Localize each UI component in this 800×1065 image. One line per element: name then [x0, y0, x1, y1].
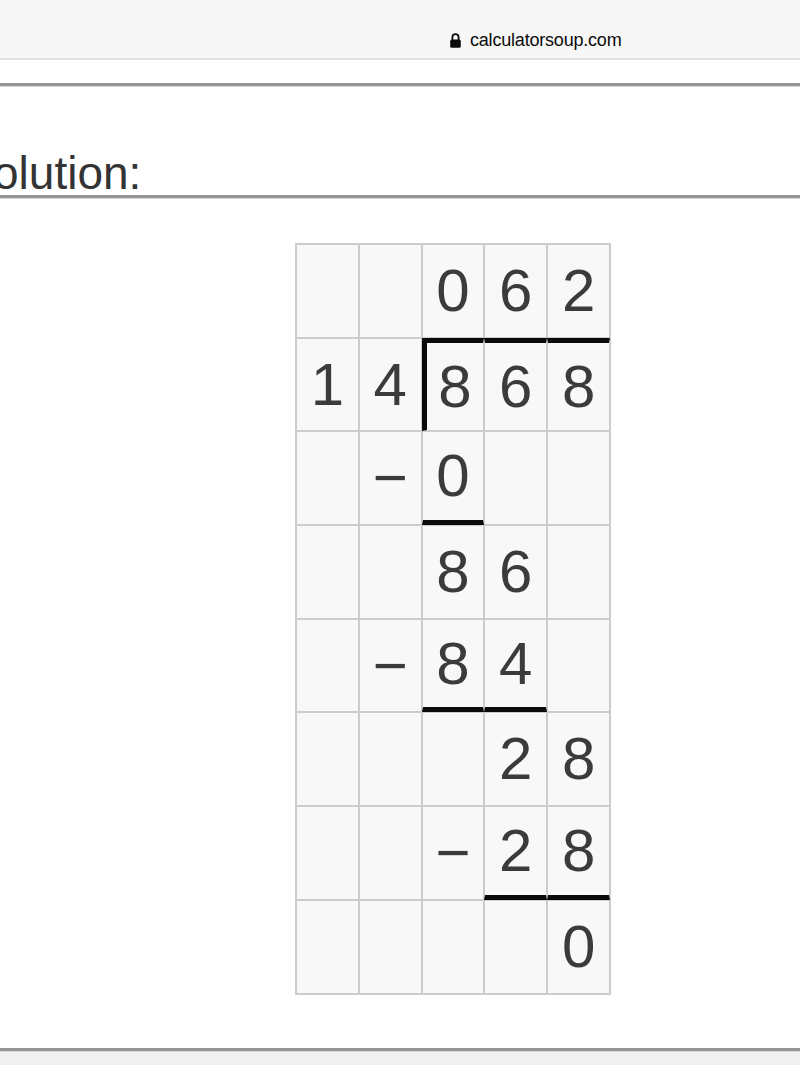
cell-r5-c5: [547, 619, 610, 713]
cell-r7-c4: 2: [484, 806, 547, 900]
long-division-grid: 0 6 2 1 4 8 6 8 − 0 8 6 − 8 4 2 8 − 2 8 …: [295, 243, 611, 995]
divider-top: [0, 83, 800, 87]
cell-r8-c5: 0: [547, 900, 610, 994]
bottom-strip: [0, 1052, 800, 1065]
cell-r5-c2: −: [359, 619, 422, 713]
solution-heading: olution:: [0, 148, 141, 199]
cell-r3-c3: 0: [422, 431, 485, 525]
cell-r4-c5: [547, 525, 610, 619]
padlock-icon: [449, 32, 462, 49]
cell-r5-c4: 4: [484, 619, 547, 713]
cell-r3-c5: [547, 431, 610, 525]
cell-r7-c5: 8: [547, 806, 610, 900]
cell-r3-c4: [484, 431, 547, 525]
cell-r4-c4: 6: [484, 525, 547, 619]
cell-r2-c4: 6: [484, 338, 547, 432]
cell-r1-c3: 0: [422, 244, 485, 338]
cell-r2-c3: 8: [422, 338, 485, 432]
cell-r7-c1: [296, 806, 359, 900]
cell-r8-c4: [484, 900, 547, 994]
cell-r7-c3: −: [422, 806, 485, 900]
cell-r3-c2: −: [359, 431, 422, 525]
cell-r8-c1: [296, 900, 359, 994]
cell-r1-c2: [359, 244, 422, 338]
cell-r6-c2: [359, 712, 422, 806]
address-bar[interactable]: calculatorsoup.com: [449, 30, 621, 50]
cell-r5-c1: [296, 619, 359, 713]
browser-top-bar: calculatorsoup.com: [0, 0, 800, 60]
cell-r4-c3: 8: [422, 525, 485, 619]
cell-r2-c5: 8: [547, 338, 610, 432]
cell-r5-c3: 8: [422, 619, 485, 713]
cell-r6-c5: 8: [547, 712, 610, 806]
cell-r4-c2: [359, 525, 422, 619]
cell-r3-c1: [296, 431, 359, 525]
cell-r8-c3: [422, 900, 485, 994]
divider-under-heading: [0, 195, 800, 199]
cell-r7-c2: [359, 806, 422, 900]
cell-r8-c2: [359, 900, 422, 994]
url-text: calculatorsoup.com: [470, 30, 621, 50]
cell-r2-c1: 1: [296, 338, 359, 432]
cell-r6-c1: [296, 712, 359, 806]
cell-r1-c4: 6: [484, 244, 547, 338]
cell-r1-c5: 2: [547, 244, 610, 338]
cell-r6-c4: 2: [484, 712, 547, 806]
cell-r2-c2: 4: [359, 338, 422, 432]
cell-r6-c3: [422, 712, 485, 806]
cell-r4-c1: [296, 525, 359, 619]
cell-r1-c1: [296, 244, 359, 338]
